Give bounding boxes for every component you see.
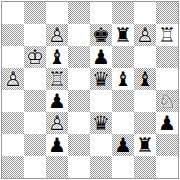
square-e5[interactable]: ♛ [90, 68, 112, 90]
square-g8[interactable] [134, 2, 156, 24]
piece-black-rook: ♜ [136, 134, 154, 156]
square-h4[interactable]: ♘ [156, 90, 178, 112]
square-h1[interactable] [156, 156, 178, 178]
square-a4[interactable] [2, 90, 24, 112]
square-b2[interactable] [24, 134, 46, 156]
square-a8[interactable] [2, 2, 24, 24]
piece-black-pawn: ♟ [48, 90, 66, 112]
square-d5[interactable] [68, 68, 90, 90]
piece-black-bishop: ♝ [114, 68, 132, 90]
square-a1[interactable] [2, 156, 24, 178]
piece-black-pawn: ♟ [158, 112, 176, 134]
square-d8[interactable] [68, 2, 90, 24]
square-g3[interactable] [134, 112, 156, 134]
square-b8[interactable] [24, 2, 46, 24]
square-h8[interactable] [156, 2, 178, 24]
square-f4[interactable] [112, 90, 134, 112]
square-c4[interactable]: ♟ [46, 90, 68, 112]
square-b6[interactable]: ♔ [24, 46, 46, 68]
piece-black-pawn: ♟ [48, 134, 66, 156]
piece-white-rook: ♖ [48, 68, 66, 90]
square-f7[interactable]: ♜ [112, 24, 134, 46]
square-d7[interactable] [68, 24, 90, 46]
square-d1[interactable] [68, 156, 90, 178]
square-a7[interactable] [2, 24, 24, 46]
square-b7[interactable] [24, 24, 46, 46]
square-e4[interactable] [90, 90, 112, 112]
square-a3[interactable] [2, 112, 24, 134]
square-g2[interactable]: ♜ [134, 134, 156, 156]
square-c2[interactable]: ♟ [46, 134, 68, 156]
square-e2[interactable] [90, 134, 112, 156]
square-c5[interactable]: ♖ [46, 68, 68, 90]
piece-black-bishop: ♝ [136, 68, 154, 90]
chess-diagram: ♙♚♜♙♖♔♝♟♙♖♛♝♝♟♘♙♛♟♟♟♜ [0, 1, 180, 180]
piece-white-pawn: ♙ [48, 24, 66, 46]
square-b1[interactable] [24, 156, 46, 178]
square-g5[interactable]: ♝ [134, 68, 156, 90]
square-f2[interactable]: ♟ [112, 134, 134, 156]
piece-white-pawn: ♙ [4, 68, 22, 90]
square-f8[interactable] [112, 2, 134, 24]
piece-black-bishop: ♝ [48, 46, 66, 68]
piece-white-pawn: ♙ [136, 24, 154, 46]
square-g4[interactable] [134, 90, 156, 112]
square-h2[interactable] [156, 134, 178, 156]
square-c7[interactable]: ♙ [46, 24, 68, 46]
square-c3[interactable]: ♙ [46, 112, 68, 134]
chess-board: ♙♚♜♙♖♔♝♟♙♖♛♝♝♟♘♙♛♟♟♟♜ [1, 1, 179, 179]
square-c1[interactable] [46, 156, 68, 178]
square-h6[interactable] [156, 46, 178, 68]
square-d3[interactable] [68, 112, 90, 134]
square-b4[interactable] [24, 90, 46, 112]
square-b5[interactable] [24, 68, 46, 90]
square-f3[interactable] [112, 112, 134, 134]
piece-white-rook: ♖ [158, 24, 176, 46]
piece-white-pawn: ♙ [48, 112, 66, 134]
square-c8[interactable] [46, 2, 68, 24]
square-e8[interactable] [90, 2, 112, 24]
square-a2[interactable] [2, 134, 24, 156]
square-h3[interactable]: ♟ [156, 112, 178, 134]
square-e1[interactable] [90, 156, 112, 178]
square-e3[interactable]: ♛ [90, 112, 112, 134]
square-b3[interactable] [24, 112, 46, 134]
square-e6[interactable]: ♟ [90, 46, 112, 68]
square-a6[interactable] [2, 46, 24, 68]
square-f6[interactable] [112, 46, 134, 68]
square-g1[interactable] [134, 156, 156, 178]
square-a5[interactable]: ♙ [2, 68, 24, 90]
piece-white-king: ♔ [26, 46, 44, 68]
square-f5[interactable]: ♝ [112, 68, 134, 90]
square-c6[interactable]: ♝ [46, 46, 68, 68]
square-d6[interactable] [68, 46, 90, 68]
square-h5[interactable] [156, 68, 178, 90]
piece-black-king: ♚ [92, 24, 110, 46]
square-g6[interactable] [134, 46, 156, 68]
square-f1[interactable] [112, 156, 134, 178]
square-d4[interactable] [68, 90, 90, 112]
square-e7[interactable]: ♚ [90, 24, 112, 46]
piece-black-pawn: ♟ [92, 46, 110, 68]
square-d2[interactable] [68, 134, 90, 156]
piece-black-queen: ♛ [92, 112, 110, 134]
piece-white-knight: ♘ [158, 90, 176, 112]
square-g7[interactable]: ♙ [134, 24, 156, 46]
piece-black-queen: ♛ [92, 68, 110, 90]
piece-black-pawn: ♟ [114, 134, 132, 156]
piece-black-rook: ♜ [114, 24, 132, 46]
square-h7[interactable]: ♖ [156, 24, 178, 46]
